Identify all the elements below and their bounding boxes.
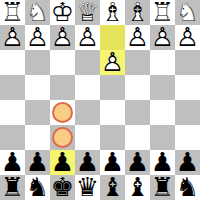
move-hint-icon [52, 127, 73, 148]
square-h3[interactable] [0, 50, 25, 75]
square-g5[interactable] [25, 100, 50, 125]
white-pawn-icon: ♟♙ [100, 50, 125, 75]
square-f8[interactable]: ♚ [50, 175, 75, 200]
black-knight-glyph: ♞ [25, 175, 50, 200]
black-bishop-glyph: ♝ [100, 175, 125, 200]
white-bishop-icon: ♝♗ [100, 0, 125, 25]
white-pawn-outline: ♙ [100, 50, 125, 75]
white-pawn-icon: ♟♙ [175, 25, 200, 50]
square-e4[interactable] [75, 75, 100, 100]
square-d8[interactable]: ♝ [100, 175, 125, 200]
square-b3[interactable] [150, 50, 175, 75]
white-pawn-outline: ♙ [125, 25, 150, 50]
square-e2[interactable]: ♟♙ [75, 25, 100, 50]
black-knight-glyph: ♞ [175, 175, 200, 200]
black-knight-icon: ♞ [175, 175, 200, 200]
square-b5[interactable] [150, 100, 175, 125]
black-knight-icon: ♞ [25, 175, 50, 200]
square-g8[interactable]: ♞ [25, 175, 50, 200]
square-d3[interactable]: ♟♙ [100, 50, 125, 75]
square-c5[interactable] [125, 100, 150, 125]
move-hint-icon [52, 102, 73, 123]
square-f4[interactable] [50, 75, 75, 100]
square-d1[interactable]: ♝♗ [100, 0, 125, 25]
square-c4[interactable] [125, 75, 150, 100]
square-d4[interactable] [100, 75, 125, 100]
square-h4[interactable] [0, 75, 25, 100]
square-a4[interactable] [175, 75, 200, 100]
square-e5[interactable] [75, 100, 100, 125]
black-bishop-icon: ♝ [125, 175, 150, 200]
square-f2[interactable]: ♟♙ [50, 25, 75, 50]
white-pawn-icon: ♟♙ [75, 25, 100, 50]
square-d5[interactable] [100, 100, 125, 125]
square-b4[interactable] [150, 75, 175, 100]
square-a2[interactable]: ♟♙ [175, 25, 200, 50]
white-pawn-outline: ♙ [75, 25, 100, 50]
white-pawn-icon: ♟♙ [50, 25, 75, 50]
square-g2[interactable]: ♟♙ [25, 25, 50, 50]
square-h8[interactable]: ♜ [0, 175, 25, 200]
white-pawn-outline: ♙ [0, 25, 25, 50]
black-queen-icon: ♛ [75, 175, 100, 200]
square-h5[interactable] [0, 100, 25, 125]
black-rook-icon: ♜ [0, 175, 25, 200]
white-pawn-outline: ♙ [175, 25, 200, 50]
square-f5[interactable] [50, 100, 75, 125]
white-pawn-icon: ♟♙ [150, 25, 175, 50]
square-b8[interactable]: ♜ [150, 175, 175, 200]
square-c3[interactable] [125, 50, 150, 75]
black-rook-glyph: ♜ [150, 175, 175, 200]
white-pawn-outline: ♙ [25, 25, 50, 50]
black-queen-glyph: ♛ [75, 175, 100, 200]
black-king-icon: ♚ [50, 175, 75, 200]
square-a8[interactable]: ♞ [175, 175, 200, 200]
square-b2[interactable]: ♟♙ [150, 25, 175, 50]
chess-board: ♜♖♞♘♚♔♛♕♝♗♝♗♜♖♞♘♟♙♟♙♟♙♟♙♟♙♟♙♟♙♟♙♟♟♟♟♟♟♟♟… [0, 0, 200, 200]
square-c2[interactable]: ♟♙ [125, 25, 150, 50]
square-c8[interactable]: ♝ [125, 175, 150, 200]
square-g3[interactable] [25, 50, 50, 75]
black-rook-icon: ♜ [150, 175, 175, 200]
square-h2[interactable]: ♟♙ [0, 25, 25, 50]
white-pawn-icon: ♟♙ [25, 25, 50, 50]
square-a5[interactable] [175, 100, 200, 125]
white-pawn-outline: ♙ [50, 25, 75, 50]
square-f3[interactable] [50, 50, 75, 75]
black-bishop-icon: ♝ [100, 175, 125, 200]
black-king-glyph: ♚ [50, 175, 75, 200]
square-a3[interactable] [175, 50, 200, 75]
white-pawn-outline: ♙ [150, 25, 175, 50]
square-e3[interactable] [75, 50, 100, 75]
black-rook-glyph: ♜ [0, 175, 25, 200]
square-g4[interactable] [25, 75, 50, 100]
white-pawn-icon: ♟♙ [0, 25, 25, 50]
square-e8[interactable]: ♛ [75, 175, 100, 200]
white-pawn-icon: ♟♙ [125, 25, 150, 50]
white-bishop-outline: ♗ [100, 0, 125, 25]
black-bishop-glyph: ♝ [125, 175, 150, 200]
